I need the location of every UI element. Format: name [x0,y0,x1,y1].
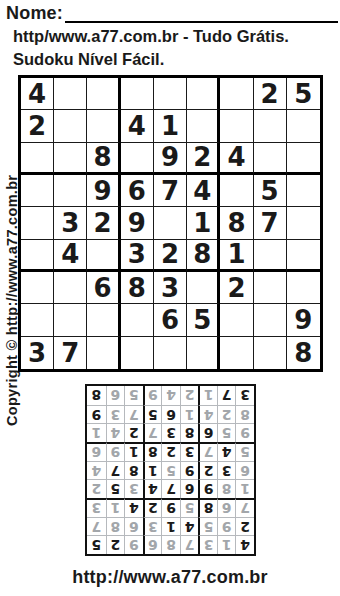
sudoku-puzzle-grid: 425241892496745329187432816832659378 [18,75,323,372]
solution-cell-r6c5: 2 [161,442,180,461]
solution-cell-r4c9: 2 [87,479,106,498]
solution-cell-r5c4: 9 [180,461,199,480]
name-underline [65,7,338,23]
solution-cell-r4c4: 6 [180,479,199,498]
solution-cell-r7c8: 4 [106,423,125,442]
puzzle-cell-r6c5: 2 [154,240,187,272]
solution-cell-r9c6: 9 [143,386,162,405]
solution-cell-r8c7: 7 [124,405,143,424]
puzzle-cell-r8c9: 9 [287,304,320,336]
solution-cell-r2c5: 1 [161,517,180,536]
puzzle-cell-r2c3 [87,110,120,142]
solution-cell-r4c5: 7 [161,479,180,498]
sudoku-solution-grid-rotated: 4137869252954136877685924131896743526329… [85,384,256,556]
puzzle-cell-r7c4: 8 [121,272,154,304]
solution-cell-r6c1: 5 [235,442,254,461]
puzzle-cell-r6c9 [287,240,320,272]
solution-cell-r9c4: 2 [180,386,199,405]
puzzle-cell-r7c6 [187,272,220,304]
puzzle-cell-r5c5 [154,207,187,239]
solution-cell-r3c4: 5 [180,498,199,517]
solution-cell-r7c1: 9 [235,423,254,442]
solution-cell-r2c3: 5 [198,517,217,536]
name-label: Nome: [6,3,63,24]
puzzle-cell-r3c8 [254,143,287,175]
puzzle-cell-r9c1: 3 [21,337,54,369]
solution-cell-r1c5: 8 [161,535,180,554]
puzzle-cell-r4c9 [287,175,320,207]
puzzle-cell-r6c4: 3 [121,240,154,272]
solution-cell-r4c1: 1 [235,479,254,498]
puzzle-cell-r8c8 [254,304,287,336]
solution-cell-r7c7: 2 [124,423,143,442]
puzzle-cell-r3c4 [121,143,154,175]
puzzle-cell-r1c6 [187,78,220,110]
puzzle-cell-r7c1 [21,272,54,304]
solution-cell-r8c1: 8 [235,405,254,424]
solution-cell-r2c6: 3 [143,517,162,536]
puzzle-cell-r7c9 [287,272,320,304]
solution-cell-r3c7: 4 [124,498,143,517]
puzzle-cell-r8c1 [21,304,54,336]
puzzle-cell-r1c2 [54,78,87,110]
page-title: Sudoku Nível Fácil. [13,50,164,69]
solution-cell-r6c4: 3 [180,442,199,461]
puzzle-cell-r5c9 [287,207,320,239]
puzzle-cell-r6c3 [87,240,120,272]
puzzle-cell-r4c7 [220,175,253,207]
puzzle-cell-r1c3 [87,78,120,110]
puzzle-cell-r9c2: 7 [54,337,87,369]
puzzle-cell-r4c3: 9 [87,175,120,207]
solution-cell-r3c5: 9 [161,498,180,517]
puzzle-cell-r1c4 [121,78,154,110]
solution-cell-r7c6: 7 [143,423,162,442]
solution-cell-r2c1: 2 [235,517,254,536]
solution-cell-r5c7: 8 [124,461,143,480]
solution-cell-r7c9: 1 [87,423,106,442]
solution-cell-r2c8: 8 [106,517,125,536]
solution-cell-r8c2: 2 [217,405,236,424]
puzzle-cell-r9c9: 8 [287,337,320,369]
puzzle-cell-r2c4: 4 [121,110,154,142]
puzzle-cell-r8c6: 5 [187,304,220,336]
puzzle-cell-r7c2 [54,272,87,304]
solution-cell-r6c8: 9 [106,442,125,461]
solution-cell-r7c3: 6 [198,423,217,442]
puzzle-cell-r1c7 [220,78,253,110]
puzzle-cell-r7c7: 2 [220,272,253,304]
solution-cell-r1c7: 9 [124,535,143,554]
solution-cell-r2c7: 6 [124,517,143,536]
solution-cell-r5c2: 3 [217,461,236,480]
solution-cell-r2c2: 9 [217,517,236,536]
solution-cell-r3c9: 3 [87,498,106,517]
solution-cell-r3c2: 6 [217,498,236,517]
puzzle-cell-r4c5: 7 [154,175,187,207]
solution-cell-r2c9: 7 [87,517,106,536]
puzzle-cell-r6c6: 8 [187,240,220,272]
puzzle-cell-r9c5 [154,337,187,369]
puzzle-cell-r2c1: 2 [21,110,54,142]
solution-cell-r3c6: 2 [143,498,162,517]
solution-cell-r5c8: 7 [106,461,125,480]
puzzle-cell-r2c7 [220,110,253,142]
solution-cell-r2c4: 4 [180,517,199,536]
footer-url: http://www.a77.com.br [0,567,340,588]
puzzle-cell-r1c9: 5 [287,78,320,110]
puzzle-cell-r5c2: 3 [54,207,87,239]
puzzle-cell-r2c6 [187,110,220,142]
solution-cell-r9c2: 7 [217,386,236,405]
solution-cell-r1c6: 6 [143,535,162,554]
puzzle-cell-r8c3 [87,304,120,336]
solution-cell-r4c2: 8 [217,479,236,498]
puzzle-cell-r8c2 [54,304,87,336]
solution-cell-r8c5: 6 [161,405,180,424]
puzzle-cell-r6c2: 4 [54,240,87,272]
solution-cell-r7c5: 3 [161,423,180,442]
puzzle-cell-r8c5: 6 [154,304,187,336]
puzzle-cell-r4c1 [21,175,54,207]
puzzle-cell-r9c3 [87,337,120,369]
solution-cell-r9c3: 1 [198,386,217,405]
solution-cell-r1c8: 2 [106,535,125,554]
puzzle-cell-r7c8 [254,272,287,304]
solution-cell-r9c5: 4 [161,386,180,405]
puzzle-cell-r8c7 [220,304,253,336]
solution-cell-r8c6: 5 [143,405,162,424]
puzzle-cell-r5c3: 2 [87,207,120,239]
puzzle-cell-r5c8: 7 [254,207,287,239]
solution-cell-r1c3: 3 [198,535,217,554]
solution-cell-r5c3: 2 [198,461,217,480]
solution-cell-r1c4: 7 [180,535,199,554]
puzzle-cell-r6c1 [21,240,54,272]
puzzle-cell-r3c7: 4 [220,143,253,175]
puzzle-cell-r5c4: 9 [121,207,154,239]
puzzle-cell-r5c7: 8 [220,207,253,239]
solution-cell-r8c4: 1 [180,405,199,424]
puzzle-cell-r7c5: 3 [154,272,187,304]
puzzle-cell-r2c9 [287,110,320,142]
puzzle-cell-r5c1 [21,207,54,239]
solution-cell-r6c2: 4 [217,442,236,461]
solution-cell-r6c6: 8 [143,442,162,461]
puzzle-cell-r3c5: 9 [154,143,187,175]
solution-cell-r8c3: 4 [198,405,217,424]
puzzle-cell-r9c7 [220,337,253,369]
solution-cell-r5c6: 1 [143,461,162,480]
puzzle-cell-r5c6: 1 [187,207,220,239]
solution-cell-r7c4: 8 [180,423,199,442]
solution-cell-r9c9: 8 [87,386,106,405]
site-tagline: http/www.a77.com.br - Tudo Grátis. [13,27,289,46]
puzzle-cell-r9c4 [121,337,154,369]
solution-cell-r1c1: 4 [235,535,254,554]
puzzle-cell-r3c1 [21,143,54,175]
puzzle-cell-r1c1: 4 [21,78,54,110]
puzzle-cell-r8c4 [121,304,154,336]
name-row: Nome: [6,3,338,24]
solution-cell-r1c2: 1 [217,535,236,554]
puzzle-cell-r2c5: 1 [154,110,187,142]
solution-cell-r5c5: 5 [161,461,180,480]
solution-cell-r7c2: 5 [217,423,236,442]
solution-cell-r9c8: 6 [106,386,125,405]
puzzle-cell-r9c6 [187,337,220,369]
puzzle-cell-r6c8 [254,240,287,272]
puzzle-cell-r3c2 [54,143,87,175]
puzzle-cell-r3c9 [287,143,320,175]
puzzle-cell-r1c8: 2 [254,78,287,110]
puzzle-cell-r1c5 [154,78,187,110]
puzzle-cell-r2c8 [254,110,287,142]
solution-cell-r3c8: 1 [106,498,125,517]
puzzle-cell-r3c3: 8 [87,143,120,175]
solution-cell-r8c8: 3 [106,405,125,424]
solution-cell-r4c8: 5 [106,479,125,498]
solution-cell-r4c3: 9 [198,479,217,498]
puzzle-cell-r4c2 [54,175,87,207]
solution-cell-r8c9: 9 [87,405,106,424]
solution-cell-r5c9: 4 [87,461,106,480]
puzzle-cell-r2c2 [54,110,87,142]
puzzle-cell-r4c6: 4 [187,175,220,207]
solution-cell-r9c1: 3 [235,386,254,405]
puzzle-cell-r6c7: 1 [220,240,253,272]
puzzle-cell-r4c4: 6 [121,175,154,207]
solution-cell-r5c1: 6 [235,461,254,480]
solution-cell-r6c7: 1 [124,442,143,461]
solution-cell-r6c9: 6 [87,442,106,461]
solution-cell-r4c6: 4 [143,479,162,498]
solution-cell-r4c7: 3 [124,479,143,498]
solution-cell-r9c7: 5 [124,386,143,405]
solution-cell-r1c9: 5 [87,535,106,554]
puzzle-cell-r7c3: 6 [87,272,120,304]
puzzle-cell-r9c8 [254,337,287,369]
puzzle-cell-r3c6: 2 [187,143,220,175]
solution-cell-r3c3: 8 [198,498,217,517]
solution-cell-r6c3: 7 [198,442,217,461]
puzzle-cell-r4c8: 5 [254,175,287,207]
solution-cell-r3c1: 7 [235,498,254,517]
